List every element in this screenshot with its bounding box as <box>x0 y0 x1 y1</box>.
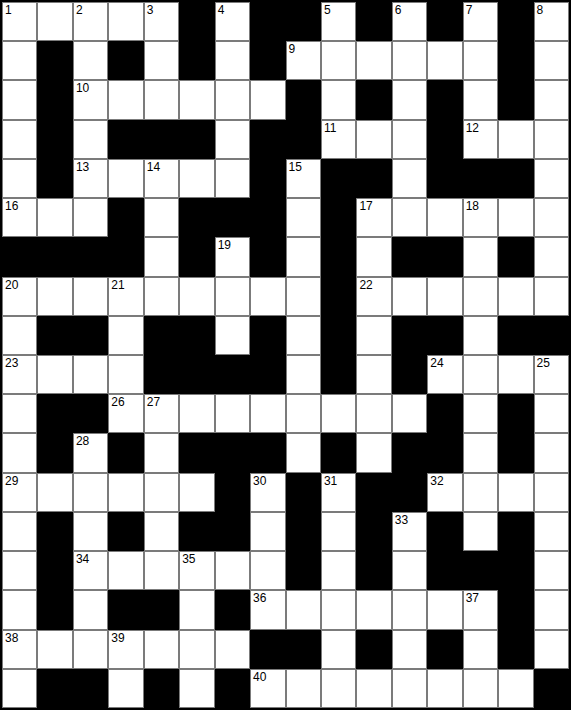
white-cell[interactable]: 3 <box>144 2 179 41</box>
white-cell[interactable] <box>73 512 108 551</box>
black-cell <box>356 2 391 41</box>
black-cell <box>144 120 179 159</box>
black-cell <box>427 394 462 433</box>
white-cell[interactable] <box>179 277 214 316</box>
white-cell[interactable] <box>534 120 569 159</box>
clue-number: 32 <box>430 474 443 488</box>
black-cell <box>498 159 533 198</box>
white-cell[interactable] <box>179 80 214 119</box>
white-cell[interactable] <box>427 198 462 237</box>
white-cell[interactable] <box>392 159 427 198</box>
white-cell[interactable]: 38 <box>2 630 37 669</box>
white-cell[interactable]: 21 <box>108 277 143 316</box>
white-cell[interactable] <box>356 355 391 394</box>
white-cell[interactable] <box>498 277 533 316</box>
black-cell <box>463 159 498 198</box>
clue-number: 29 <box>5 474 18 488</box>
black-cell <box>321 316 356 355</box>
black-cell <box>215 198 250 237</box>
white-cell[interactable] <box>250 551 285 590</box>
white-cell[interactable]: 23 <box>2 355 37 394</box>
white-cell[interactable] <box>108 2 143 41</box>
white-cell[interactable] <box>321 551 356 590</box>
black-cell <box>215 433 250 472</box>
white-cell[interactable]: 25 <box>534 355 569 394</box>
white-cell[interactable] <box>215 41 250 80</box>
black-cell <box>392 237 427 276</box>
white-cell[interactable] <box>534 473 569 512</box>
white-cell[interactable]: 18 <box>463 198 498 237</box>
black-cell <box>144 590 179 629</box>
black-cell <box>498 2 533 41</box>
clue-number: 15 <box>289 160 302 174</box>
white-cell[interactable]: 24 <box>427 355 462 394</box>
white-cell[interactable] <box>534 433 569 472</box>
white-cell[interactable] <box>392 277 427 316</box>
white-cell[interactable] <box>73 590 108 629</box>
white-cell[interactable] <box>37 198 72 237</box>
black-cell <box>108 590 143 629</box>
white-cell[interactable] <box>215 316 250 355</box>
white-cell[interactable]: 28 <box>73 433 108 472</box>
white-cell[interactable] <box>427 41 462 80</box>
black-cell <box>250 316 285 355</box>
black-cell <box>37 237 72 276</box>
black-cell <box>286 551 321 590</box>
black-cell <box>286 2 321 41</box>
white-cell[interactable] <box>498 473 533 512</box>
white-cell[interactable] <box>321 630 356 669</box>
white-cell[interactable] <box>392 669 427 708</box>
white-cell[interactable] <box>463 512 498 551</box>
white-cell[interactable] <box>286 316 321 355</box>
clue-number: 31 <box>324 474 337 488</box>
clue-number: 28 <box>76 434 89 448</box>
white-cell[interactable] <box>286 237 321 276</box>
white-cell[interactable]: 34 <box>73 551 108 590</box>
black-cell <box>108 120 143 159</box>
white-cell[interactable] <box>144 512 179 551</box>
white-cell[interactable] <box>286 277 321 316</box>
clue-number: 35 <box>182 552 195 566</box>
black-cell <box>427 237 462 276</box>
black-cell <box>215 355 250 394</box>
white-cell[interactable] <box>356 433 391 472</box>
black-cell <box>73 394 108 433</box>
black-cell <box>356 80 391 119</box>
white-cell[interactable] <box>179 159 214 198</box>
black-cell <box>215 590 250 629</box>
white-cell[interactable] <box>463 630 498 669</box>
black-cell <box>498 80 533 119</box>
white-cell[interactable] <box>463 316 498 355</box>
white-cell[interactable] <box>356 590 391 629</box>
black-cell <box>498 394 533 433</box>
clue-number: 5 <box>324 3 331 17</box>
clue-number: 9 <box>289 42 296 56</box>
white-cell[interactable] <box>73 198 108 237</box>
white-cell[interactable] <box>37 630 72 669</box>
black-cell <box>427 433 462 472</box>
black-cell <box>463 551 498 590</box>
white-cell[interactable]: 14 <box>144 159 179 198</box>
white-cell[interactable] <box>534 630 569 669</box>
white-cell[interactable]: 27 <box>144 394 179 433</box>
white-cell[interactable] <box>356 394 391 433</box>
white-cell[interactable] <box>427 277 462 316</box>
white-cell[interactable] <box>392 120 427 159</box>
white-cell[interactable] <box>534 80 569 119</box>
black-cell <box>427 159 462 198</box>
white-cell[interactable]: 40 <box>250 669 285 708</box>
black-cell <box>108 198 143 237</box>
white-cell[interactable] <box>534 512 569 551</box>
white-cell[interactable]: 7 <box>463 2 498 41</box>
white-cell[interactable] <box>286 669 321 708</box>
white-cell[interactable] <box>534 551 569 590</box>
black-cell <box>37 512 72 551</box>
white-cell[interactable] <box>108 551 143 590</box>
white-cell[interactable] <box>392 590 427 629</box>
white-cell[interactable]: 2 <box>73 2 108 41</box>
black-cell <box>73 669 108 708</box>
black-cell <box>108 41 143 80</box>
white-cell[interactable] <box>37 277 72 316</box>
black-cell <box>356 630 391 669</box>
white-cell[interactable] <box>534 277 569 316</box>
white-cell[interactable] <box>144 433 179 472</box>
white-cell[interactable] <box>356 237 391 276</box>
black-cell <box>37 590 72 629</box>
black-cell <box>356 551 391 590</box>
white-cell[interactable] <box>2 590 37 629</box>
white-cell[interactable] <box>73 277 108 316</box>
white-cell[interactable] <box>321 41 356 80</box>
clue-number: 7 <box>466 3 473 17</box>
clue-number: 39 <box>111 631 124 645</box>
white-cell[interactable] <box>37 473 72 512</box>
white-cell[interactable] <box>2 159 37 198</box>
white-cell[interactable] <box>2 41 37 80</box>
black-cell <box>321 159 356 198</box>
white-cell[interactable]: 31 <box>321 473 356 512</box>
clue-number: 3 <box>147 3 154 17</box>
white-cell[interactable] <box>73 473 108 512</box>
white-cell[interactable] <box>215 159 250 198</box>
black-cell <box>37 394 72 433</box>
clue-number: 24 <box>430 356 443 370</box>
black-cell <box>144 669 179 708</box>
black-cell <box>250 355 285 394</box>
black-cell <box>179 2 214 41</box>
black-cell <box>498 630 533 669</box>
white-cell[interactable] <box>108 355 143 394</box>
white-cell[interactable] <box>73 41 108 80</box>
white-cell[interactable] <box>144 237 179 276</box>
clue-number: 20 <box>5 278 18 292</box>
black-cell <box>179 433 214 472</box>
white-cell[interactable] <box>250 512 285 551</box>
black-cell <box>498 41 533 80</box>
black-cell <box>144 355 179 394</box>
black-cell <box>37 41 72 80</box>
white-cell[interactable] <box>144 80 179 119</box>
white-cell[interactable] <box>286 590 321 629</box>
white-cell[interactable] <box>392 551 427 590</box>
black-cell <box>498 433 533 472</box>
white-cell[interactable] <box>498 120 533 159</box>
white-cell[interactable] <box>2 433 37 472</box>
white-cell[interactable]: 32 <box>427 473 462 512</box>
white-cell[interactable] <box>498 669 533 708</box>
white-cell[interactable] <box>179 669 214 708</box>
white-cell[interactable]: 6 <box>392 2 427 41</box>
white-cell[interactable] <box>73 355 108 394</box>
white-cell[interactable] <box>108 316 143 355</box>
white-cell[interactable] <box>144 551 179 590</box>
white-cell[interactable] <box>2 80 37 119</box>
black-cell <box>250 198 285 237</box>
white-cell[interactable] <box>2 394 37 433</box>
white-cell[interactable] <box>392 198 427 237</box>
clue-number: 26 <box>111 395 124 409</box>
white-cell[interactable] <box>108 669 143 708</box>
white-cell[interactable] <box>2 669 37 708</box>
clue-number: 33 <box>395 513 408 527</box>
black-cell <box>392 355 427 394</box>
black-cell <box>37 120 72 159</box>
white-cell[interactable]: 4 <box>215 2 250 41</box>
white-cell[interactable] <box>2 512 37 551</box>
clue-number: 36 <box>253 591 266 605</box>
black-cell <box>498 237 533 276</box>
white-cell[interactable] <box>463 237 498 276</box>
white-cell[interactable]: 35 <box>179 551 214 590</box>
black-cell <box>250 630 285 669</box>
clue-number: 19 <box>218 238 231 252</box>
white-cell[interactable] <box>498 355 533 394</box>
white-cell[interactable] <box>534 159 569 198</box>
white-cell[interactable] <box>392 80 427 119</box>
clue-number: 23 <box>5 356 18 370</box>
black-cell <box>498 512 533 551</box>
white-cell[interactable]: 8 <box>534 2 569 41</box>
white-cell[interactable] <box>463 41 498 80</box>
black-cell <box>250 237 285 276</box>
white-cell[interactable] <box>356 316 391 355</box>
black-cell <box>37 669 72 708</box>
clue-number: 27 <box>147 395 160 409</box>
white-cell[interactable] <box>2 120 37 159</box>
black-cell <box>286 512 321 551</box>
white-cell[interactable] <box>2 551 37 590</box>
white-cell[interactable] <box>463 394 498 433</box>
white-cell[interactable] <box>250 277 285 316</box>
clue-number: 37 <box>466 591 479 605</box>
white-cell[interactable]: 5 <box>321 2 356 41</box>
white-cell[interactable] <box>286 433 321 472</box>
white-cell[interactable] <box>144 277 179 316</box>
white-cell[interactable] <box>250 80 285 119</box>
white-cell[interactable] <box>356 120 391 159</box>
black-cell <box>321 198 356 237</box>
white-cell[interactable] <box>463 433 498 472</box>
black-cell <box>179 316 214 355</box>
white-cell[interactable] <box>392 630 427 669</box>
white-cell[interactable] <box>179 630 214 669</box>
white-cell[interactable] <box>286 198 321 237</box>
white-cell[interactable] <box>534 41 569 80</box>
clue-number: 22 <box>359 278 372 292</box>
white-cell[interactable] <box>179 590 214 629</box>
white-cell[interactable]: 22 <box>356 277 391 316</box>
white-cell[interactable] <box>534 590 569 629</box>
black-cell <box>144 316 179 355</box>
white-cell[interactable] <box>250 394 285 433</box>
white-cell[interactable] <box>321 394 356 433</box>
clue-number: 18 <box>466 199 479 213</box>
white-cell[interactable] <box>463 669 498 708</box>
black-cell <box>356 159 391 198</box>
white-cell[interactable]: 11 <box>321 120 356 159</box>
black-cell <box>321 433 356 472</box>
white-cell[interactable] <box>498 198 533 237</box>
white-cell[interactable]: 36 <box>250 590 285 629</box>
white-cell[interactable] <box>37 355 72 394</box>
white-cell[interactable] <box>2 316 37 355</box>
black-cell <box>498 316 533 355</box>
white-cell[interactable] <box>534 237 569 276</box>
white-cell[interactable] <box>286 355 321 394</box>
black-cell <box>286 630 321 669</box>
white-cell[interactable] <box>321 80 356 119</box>
white-cell[interactable]: 37 <box>463 590 498 629</box>
black-cell <box>108 512 143 551</box>
white-cell[interactable]: 29 <box>2 473 37 512</box>
white-cell[interactable] <box>73 120 108 159</box>
white-cell[interactable] <box>215 277 250 316</box>
black-cell <box>215 473 250 512</box>
black-cell <box>108 237 143 276</box>
black-cell <box>250 120 285 159</box>
white-cell[interactable] <box>427 669 462 708</box>
white-cell[interactable] <box>356 669 391 708</box>
black-cell <box>392 473 427 512</box>
black-cell <box>215 512 250 551</box>
white-cell[interactable] <box>108 159 143 198</box>
clue-number: 14 <box>147 160 160 174</box>
white-cell[interactable] <box>215 551 250 590</box>
white-cell[interactable]: 30 <box>250 473 285 512</box>
white-cell[interactable] <box>144 41 179 80</box>
white-cell[interactable] <box>463 473 498 512</box>
black-cell <box>427 2 462 41</box>
white-cell[interactable]: 9 <box>286 41 321 80</box>
black-cell <box>250 433 285 472</box>
white-cell[interactable] <box>144 198 179 237</box>
white-cell[interactable] <box>73 630 108 669</box>
white-cell[interactable] <box>427 590 462 629</box>
white-cell[interactable] <box>286 394 321 433</box>
white-cell[interactable] <box>321 512 356 551</box>
black-cell <box>179 355 214 394</box>
crossword-grid: 1234567891011121314151617181920212223242… <box>0 0 571 710</box>
white-cell[interactable] <box>463 80 498 119</box>
clue-number: 4 <box>218 3 225 17</box>
clue-number: 16 <box>5 199 18 213</box>
black-cell <box>286 473 321 512</box>
clue-number: 12 <box>466 121 479 135</box>
white-cell[interactable] <box>321 590 356 629</box>
black-cell <box>534 316 569 355</box>
white-cell[interactable] <box>215 80 250 119</box>
white-cell[interactable] <box>463 277 498 316</box>
white-cell[interactable] <box>534 394 569 433</box>
white-cell[interactable] <box>144 630 179 669</box>
white-cell[interactable] <box>392 41 427 80</box>
white-cell[interactable]: 39 <box>108 630 143 669</box>
white-cell[interactable]: 10 <box>73 80 108 119</box>
black-cell <box>498 590 533 629</box>
white-cell[interactable] <box>144 473 179 512</box>
white-cell[interactable]: 15 <box>286 159 321 198</box>
black-cell <box>286 120 321 159</box>
white-cell[interactable] <box>215 394 250 433</box>
white-cell[interactable] <box>108 80 143 119</box>
clue-number: 38 <box>5 631 18 645</box>
white-cell[interactable]: 1 <box>2 2 37 41</box>
white-cell[interactable]: 20 <box>2 277 37 316</box>
white-cell[interactable]: 13 <box>73 159 108 198</box>
black-cell <box>108 433 143 472</box>
white-cell[interactable] <box>215 120 250 159</box>
clue-number: 8 <box>537 3 544 17</box>
black-cell <box>37 551 72 590</box>
white-cell[interactable] <box>215 630 250 669</box>
white-cell[interactable]: 19 <box>215 237 250 276</box>
clue-number: 21 <box>111 278 124 292</box>
black-cell <box>427 551 462 590</box>
black-cell <box>321 277 356 316</box>
black-cell <box>73 237 108 276</box>
white-cell[interactable] <box>37 2 72 41</box>
clue-number: 11 <box>324 121 336 135</box>
black-cell <box>356 512 391 551</box>
clue-number: 1 <box>5 3 12 17</box>
clue-number: 25 <box>537 356 550 370</box>
white-cell[interactable]: 12 <box>463 120 498 159</box>
white-cell[interactable]: 26 <box>108 394 143 433</box>
white-cell[interactable] <box>179 473 214 512</box>
white-cell[interactable]: 16 <box>2 198 37 237</box>
clue-number: 17 <box>359 199 372 213</box>
white-cell[interactable] <box>392 394 427 433</box>
white-cell[interactable]: 17 <box>356 198 391 237</box>
white-cell[interactable] <box>534 198 569 237</box>
black-cell <box>179 512 214 551</box>
white-cell[interactable]: 33 <box>392 512 427 551</box>
black-cell <box>321 355 356 394</box>
white-cell[interactable] <box>463 355 498 394</box>
black-cell <box>37 316 72 355</box>
black-cell <box>427 80 462 119</box>
white-cell[interactable] <box>321 669 356 708</box>
white-cell[interactable] <box>356 41 391 80</box>
white-cell[interactable] <box>108 473 143 512</box>
black-cell <box>250 2 285 41</box>
black-cell <box>250 41 285 80</box>
white-cell[interactable] <box>179 394 214 433</box>
